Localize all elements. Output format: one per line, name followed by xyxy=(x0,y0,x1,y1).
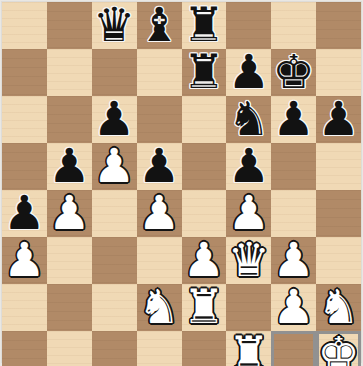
square-a6[interactable] xyxy=(2,96,47,143)
square-f3[interactable]: ♛ xyxy=(226,237,271,284)
square-g4[interactable] xyxy=(271,190,316,237)
white-pawn[interactable]: ♟ xyxy=(138,189,180,236)
square-d5[interactable]: ♟ xyxy=(137,143,182,190)
white-rook[interactable]: ♜ xyxy=(228,330,270,366)
white-pawn[interactable]: ♟ xyxy=(48,189,90,236)
square-h1[interactable]: ♚ xyxy=(316,331,361,366)
square-g6[interactable]: ♟ xyxy=(271,96,316,143)
square-e8[interactable]: ♜ xyxy=(182,2,227,49)
square-g5[interactable] xyxy=(271,143,316,190)
square-d1[interactable] xyxy=(137,331,182,366)
square-a8[interactable] xyxy=(2,2,47,49)
square-c5[interactable]: ♟ xyxy=(92,143,137,190)
white-pawn[interactable]: ♟ xyxy=(3,236,45,283)
square-d4[interactable]: ♟ xyxy=(137,190,182,237)
white-pawn[interactable]: ♟ xyxy=(273,283,315,330)
black-pawn[interactable]: ♟ xyxy=(317,95,359,142)
white-pawn[interactable]: ♟ xyxy=(183,236,225,283)
square-g1[interactable] xyxy=(271,331,316,366)
square-f8[interactable] xyxy=(226,2,271,49)
square-a5[interactable] xyxy=(2,143,47,190)
square-f7[interactable]: ♟ xyxy=(226,49,271,96)
square-f5[interactable]: ♟ xyxy=(226,143,271,190)
chess-board: ♛♝♜♜♟♚♟♞♟♟♟♟♟♟♟♟♟♟♟♟♛♟♞♜♟♞♜♚ xyxy=(2,2,361,362)
square-a3[interactable]: ♟ xyxy=(2,237,47,284)
square-b6[interactable] xyxy=(47,96,92,143)
black-pawn[interactable]: ♟ xyxy=(228,48,270,95)
black-bishop[interactable]: ♝ xyxy=(138,1,180,48)
square-b8[interactable] xyxy=(47,2,92,49)
black-pawn[interactable]: ♟ xyxy=(3,189,45,236)
square-c7[interactable] xyxy=(92,49,137,96)
black-pawn[interactable]: ♟ xyxy=(93,95,135,142)
square-a4[interactable]: ♟ xyxy=(2,190,47,237)
square-e4[interactable] xyxy=(182,190,227,237)
square-h6[interactable]: ♟ xyxy=(316,96,361,143)
square-c4[interactable] xyxy=(92,190,137,237)
white-knight[interactable]: ♞ xyxy=(138,283,180,330)
square-b4[interactable]: ♟ xyxy=(47,190,92,237)
black-knight[interactable]: ♞ xyxy=(228,95,270,142)
black-pawn[interactable]: ♟ xyxy=(228,142,270,189)
square-h3[interactable] xyxy=(316,237,361,284)
square-h4[interactable] xyxy=(316,190,361,237)
white-pawn[interactable]: ♟ xyxy=(228,189,270,236)
white-king[interactable]: ♚ xyxy=(317,330,359,366)
square-d2[interactable]: ♞ xyxy=(137,284,182,331)
square-b5[interactable]: ♟ xyxy=(47,143,92,190)
square-a2[interactable] xyxy=(2,284,47,331)
square-h8[interactable] xyxy=(316,2,361,49)
square-d7[interactable] xyxy=(137,49,182,96)
square-d8[interactable]: ♝ xyxy=(137,2,182,49)
square-f6[interactable]: ♞ xyxy=(226,96,271,143)
square-h5[interactable] xyxy=(316,143,361,190)
white-queen[interactable]: ♛ xyxy=(228,236,270,283)
square-d3[interactable] xyxy=(137,237,182,284)
square-a7[interactable] xyxy=(2,49,47,96)
square-f1[interactable]: ♜ xyxy=(226,331,271,366)
square-g8[interactable] xyxy=(271,2,316,49)
white-rook[interactable]: ♜ xyxy=(183,283,225,330)
square-f4[interactable]: ♟ xyxy=(226,190,271,237)
square-c2[interactable] xyxy=(92,284,137,331)
square-c8[interactable]: ♛ xyxy=(92,2,137,49)
square-e2[interactable]: ♜ xyxy=(182,284,227,331)
square-e5[interactable] xyxy=(182,143,227,190)
black-pawn[interactable]: ♟ xyxy=(48,142,90,189)
square-b1[interactable] xyxy=(47,331,92,366)
black-pawn[interactable]: ♟ xyxy=(138,142,180,189)
square-e3[interactable]: ♟ xyxy=(182,237,227,284)
square-g3[interactable]: ♟ xyxy=(271,237,316,284)
board-frame: ♛♝♜♜♟♚♟♞♟♟♟♟♟♟♟♟♟♟♟♟♛♟♞♜♟♞♜♚ xyxy=(0,0,363,366)
square-h2[interactable]: ♞ xyxy=(316,284,361,331)
white-knight[interactable]: ♞ xyxy=(317,283,359,330)
black-queen[interactable]: ♛ xyxy=(93,1,135,48)
black-rook[interactable]: ♜ xyxy=(183,1,225,48)
square-g7[interactable]: ♚ xyxy=(271,49,316,96)
black-rook[interactable]: ♜ xyxy=(183,48,225,95)
white-pawn[interactable]: ♟ xyxy=(273,236,315,283)
black-pawn[interactable]: ♟ xyxy=(273,95,315,142)
square-c3[interactable] xyxy=(92,237,137,284)
square-e6[interactable] xyxy=(182,96,227,143)
square-b3[interactable] xyxy=(47,237,92,284)
square-g2[interactable]: ♟ xyxy=(271,284,316,331)
white-pawn[interactable]: ♟ xyxy=(93,142,135,189)
square-h7[interactable] xyxy=(316,49,361,96)
black-king[interactable]: ♚ xyxy=(273,48,315,95)
square-e1[interactable] xyxy=(182,331,227,366)
square-a1[interactable] xyxy=(2,331,47,366)
square-f2[interactable] xyxy=(226,284,271,331)
square-e7[interactable]: ♜ xyxy=(182,49,227,96)
square-b2[interactable] xyxy=(47,284,92,331)
square-b7[interactable] xyxy=(47,49,92,96)
square-c1[interactable] xyxy=(92,331,137,366)
square-c6[interactable]: ♟ xyxy=(92,96,137,143)
square-d6[interactable] xyxy=(137,96,182,143)
